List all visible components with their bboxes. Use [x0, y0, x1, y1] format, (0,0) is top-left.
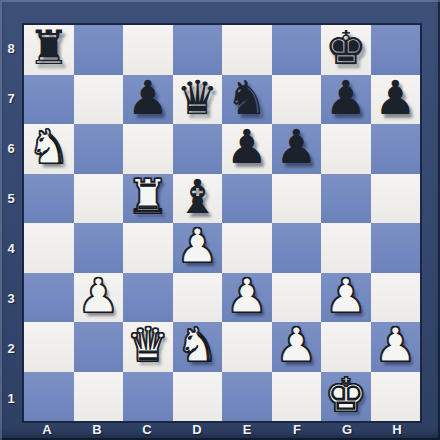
square-c3[interactable]: [123, 273, 173, 323]
piece-white-king-g1[interactable]: ♚: [321, 370, 371, 420]
piece-black-pawn-c7[interactable]: ♟: [123, 73, 173, 123]
square-c5[interactable]: ♜: [123, 174, 173, 224]
square-f4[interactable]: [272, 223, 322, 273]
square-f2[interactable]: ♟: [272, 322, 322, 372]
piece-white-pawn-b3[interactable]: ♟: [74, 271, 124, 321]
square-a1[interactable]: [24, 372, 74, 422]
rank-label-4: 4: [0, 223, 22, 273]
square-d4[interactable]: ♟: [173, 223, 223, 273]
piece-white-knight-d2[interactable]: ♞: [173, 320, 223, 370]
square-e4[interactable]: [222, 223, 272, 273]
square-e5[interactable]: [222, 174, 272, 224]
square-a7[interactable]: [24, 75, 74, 125]
square-h4[interactable]: [371, 223, 421, 273]
square-c2[interactable]: ♛: [123, 322, 173, 372]
square-c1[interactable]: [123, 372, 173, 422]
square-d1[interactable]: [173, 372, 223, 422]
piece-white-pawn-h2[interactable]: ♟: [371, 320, 421, 370]
square-f5[interactable]: [272, 174, 322, 224]
square-h7[interactable]: ♟: [371, 75, 421, 125]
file-labels: ABCDEFGH: [22, 421, 422, 438]
file-label-b: B: [72, 421, 122, 438]
chess-board-frame: 87654321 ♜♚♟♛♞♟♟♞♟♟♜♝♟♟♟♟♛♞♟♟♚ ABCDEFGH: [0, 0, 440, 440]
piece-white-pawn-g3[interactable]: ♟: [321, 271, 371, 321]
rank-label-3: 3: [0, 273, 22, 323]
square-h8[interactable]: [371, 25, 421, 75]
square-e3[interactable]: ♟: [222, 273, 272, 323]
piece-black-knight-e7[interactable]: ♞: [222, 73, 272, 123]
file-label-g: G: [322, 421, 372, 438]
square-g6[interactable]: [321, 124, 371, 174]
file-label-a: A: [22, 421, 72, 438]
square-a2[interactable]: [24, 322, 74, 372]
square-g8[interactable]: ♚: [321, 25, 371, 75]
square-g7[interactable]: ♟: [321, 75, 371, 125]
square-f3[interactable]: [272, 273, 322, 323]
square-f1[interactable]: [272, 372, 322, 422]
square-c6[interactable]: [123, 124, 173, 174]
piece-black-pawn-f6[interactable]: ♟: [272, 122, 322, 172]
square-e1[interactable]: [222, 372, 272, 422]
piece-black-pawn-h7[interactable]: ♟: [371, 73, 421, 123]
piece-white-pawn-e3[interactable]: ♟: [222, 271, 272, 321]
square-c8[interactable]: [123, 25, 173, 75]
square-b5[interactable]: [74, 174, 124, 224]
square-b1[interactable]: [74, 372, 124, 422]
square-d5[interactable]: ♝: [173, 174, 223, 224]
piece-black-queen-d7[interactable]: ♛: [173, 73, 223, 123]
square-b6[interactable]: [74, 124, 124, 174]
piece-white-pawn-f2[interactable]: ♟: [272, 320, 322, 370]
square-g4[interactable]: [321, 223, 371, 273]
square-g1[interactable]: ♚: [321, 372, 371, 422]
square-d7[interactable]: ♛: [173, 75, 223, 125]
file-label-d: D: [172, 421, 222, 438]
square-h5[interactable]: [371, 174, 421, 224]
square-e8[interactable]: [222, 25, 272, 75]
piece-black-pawn-e6[interactable]: ♟: [222, 122, 272, 172]
square-h3[interactable]: [371, 273, 421, 323]
rank-label-5: 5: [0, 173, 22, 223]
square-c4[interactable]: [123, 223, 173, 273]
file-label-f: F: [272, 421, 322, 438]
square-h2[interactable]: ♟: [371, 322, 421, 372]
square-f8[interactable]: [272, 25, 322, 75]
square-a5[interactable]: [24, 174, 74, 224]
square-b4[interactable]: [74, 223, 124, 273]
piece-white-queen-c2[interactable]: ♛: [123, 320, 173, 370]
square-a8[interactable]: ♜: [24, 25, 74, 75]
piece-white-knight-a6[interactable]: ♞: [24, 122, 74, 172]
rank-label-1: 1: [0, 373, 22, 423]
square-f6[interactable]: ♟: [272, 124, 322, 174]
square-d8[interactable]: [173, 25, 223, 75]
square-d6[interactable]: [173, 124, 223, 174]
square-e6[interactable]: ♟: [222, 124, 272, 174]
square-a4[interactable]: [24, 223, 74, 273]
square-h6[interactable]: [371, 124, 421, 174]
piece-black-pawn-g7[interactable]: ♟: [321, 73, 371, 123]
rank-label-6: 6: [0, 123, 22, 173]
square-g5[interactable]: [321, 174, 371, 224]
piece-black-king-g8[interactable]: ♚: [321, 23, 371, 73]
square-f7[interactable]: [272, 75, 322, 125]
rank-label-8: 8: [0, 23, 22, 73]
square-a3[interactable]: [24, 273, 74, 323]
file-label-h: H: [372, 421, 422, 438]
rank-labels: 87654321: [0, 23, 22, 423]
file-label-c: C: [122, 421, 172, 438]
square-b8[interactable]: [74, 25, 124, 75]
square-g3[interactable]: ♟: [321, 273, 371, 323]
piece-white-pawn-d4[interactable]: ♟: [173, 221, 223, 271]
square-d3[interactable]: [173, 273, 223, 323]
square-e2[interactable]: [222, 322, 272, 372]
square-d2[interactable]: ♞: [173, 322, 223, 372]
square-c7[interactable]: ♟: [123, 75, 173, 125]
square-e7[interactable]: ♞: [222, 75, 272, 125]
rank-label-2: 2: [0, 323, 22, 373]
square-h1[interactable]: [371, 372, 421, 422]
piece-black-rook-a8[interactable]: ♜: [24, 23, 74, 73]
file-label-e: E: [222, 421, 272, 438]
rank-label-7: 7: [0, 73, 22, 123]
square-g2[interactable]: [321, 322, 371, 372]
piece-black-bishop-d5[interactable]: ♝: [173, 172, 223, 222]
square-b3[interactable]: ♟: [74, 273, 124, 323]
piece-white-rook-c5[interactable]: ♜: [123, 172, 173, 222]
square-b7[interactable]: [74, 75, 124, 125]
square-a6[interactable]: ♞: [24, 124, 74, 174]
square-b2[interactable]: [74, 322, 124, 372]
chess-board[interactable]: ♜♚♟♛♞♟♟♞♟♟♜♝♟♟♟♟♛♞♟♟♚: [22, 23, 422, 423]
